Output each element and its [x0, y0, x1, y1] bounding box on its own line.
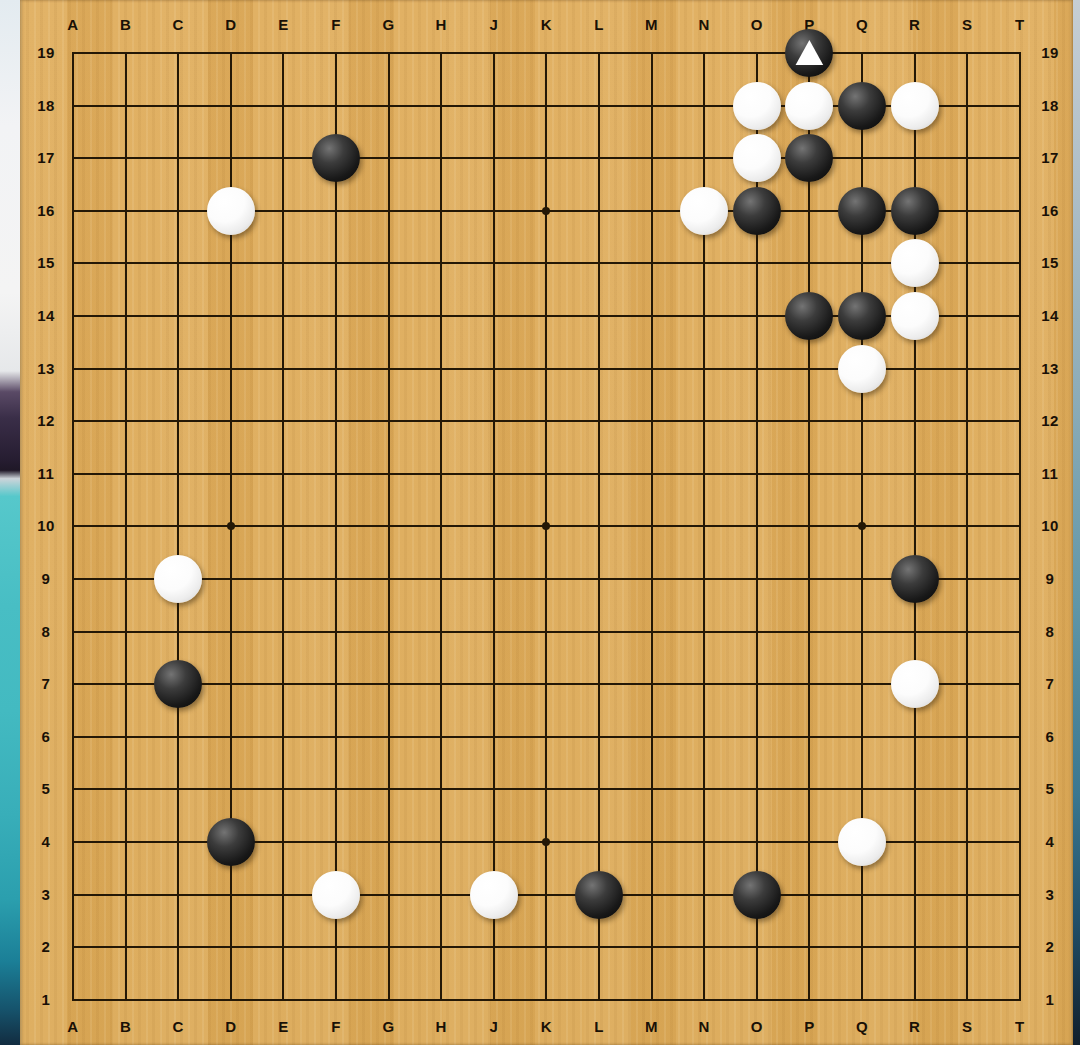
- stone-black-F17: [312, 134, 360, 182]
- row-label-left-9: 9: [31, 568, 61, 590]
- stone-white-R15: [891, 239, 939, 287]
- screen: AA1919BB1818CC1717DD1616EE1515FF1414GG13…: [0, 0, 1080, 1045]
- stone-black-Q18: [838, 82, 886, 130]
- row-label-right-16: 16: [1035, 200, 1065, 222]
- col-label-top-E: E: [268, 14, 298, 36]
- stone-black-P17: [785, 134, 833, 182]
- grid-vertical-line-P: [808, 52, 810, 1001]
- row-label-right-11: 11: [1035, 463, 1065, 485]
- row-label-left-13: 13: [31, 358, 61, 380]
- stone-black-P14: [785, 292, 833, 340]
- grid-horizontal-line-9: [72, 578, 1021, 580]
- stone-white-F3: [312, 871, 360, 919]
- col-label-top-H: H: [426, 14, 456, 36]
- row-label-right-17: 17: [1035, 147, 1065, 169]
- col-label-bottom-Q: Q: [847, 1016, 877, 1038]
- stone-black-C7: [154, 660, 202, 708]
- col-label-top-D: D: [216, 14, 246, 36]
- stone-black-D4: [207, 818, 255, 866]
- col-label-top-N: N: [689, 14, 719, 36]
- row-label-left-3: 3: [31, 884, 61, 906]
- col-label-bottom-D: D: [216, 1016, 246, 1038]
- row-label-left-2: 2: [31, 936, 61, 958]
- col-label-bottom-B: B: [111, 1016, 141, 1038]
- row-label-left-12: 12: [31, 410, 61, 432]
- col-label-top-J: J: [479, 14, 509, 36]
- star-point-K10: [542, 522, 550, 530]
- stone-white-D16: [207, 187, 255, 235]
- stone-black-P19: [785, 29, 833, 77]
- col-label-top-T: T: [1005, 14, 1035, 36]
- background-photo-right-strip: [1073, 0, 1080, 1045]
- row-label-right-5: 5: [1035, 778, 1065, 800]
- stone-black-Q14: [838, 292, 886, 340]
- row-label-right-1: 1: [1035, 989, 1065, 1011]
- col-label-top-M: M: [637, 14, 667, 36]
- col-label-top-S: S: [952, 14, 982, 36]
- row-label-left-6: 6: [31, 726, 61, 748]
- stone-white-R18: [891, 82, 939, 130]
- row-label-left-8: 8: [31, 621, 61, 643]
- row-label-right-2: 2: [1035, 936, 1065, 958]
- row-label-right-6: 6: [1035, 726, 1065, 748]
- stone-black-Q16: [838, 187, 886, 235]
- stone-black-R16: [891, 187, 939, 235]
- stone-white-Q13: [838, 345, 886, 393]
- col-label-bottom-F: F: [321, 1016, 351, 1038]
- row-label-right-7: 7: [1035, 673, 1065, 695]
- row-label-left-5: 5: [31, 778, 61, 800]
- stone-white-R7: [891, 660, 939, 708]
- col-label-bottom-L: L: [584, 1016, 614, 1038]
- col-label-bottom-R: R: [900, 1016, 930, 1038]
- last-move-triangle-marker: [794, 39, 824, 66]
- stone-black-L3: [575, 871, 623, 919]
- stone-white-R14: [891, 292, 939, 340]
- row-label-right-3: 3: [1035, 884, 1065, 906]
- row-label-left-16: 16: [31, 200, 61, 222]
- row-label-left-7: 7: [31, 673, 61, 695]
- col-label-bottom-M: M: [637, 1016, 667, 1038]
- star-point-K16: [542, 207, 550, 215]
- col-label-bottom-H: H: [426, 1016, 456, 1038]
- background-photo-left-strip: [0, 0, 20, 1045]
- row-label-right-10: 10: [1035, 515, 1065, 537]
- stone-white-J3: [470, 871, 518, 919]
- stone-black-O16: [733, 187, 781, 235]
- grid-vertical-line-L: [598, 52, 600, 1001]
- grid-horizontal-line-5: [72, 788, 1021, 790]
- col-label-top-O: O: [742, 14, 772, 36]
- col-label-bottom-O: O: [742, 1016, 772, 1038]
- col-label-bottom-S: S: [952, 1016, 982, 1038]
- stone-black-R9: [891, 555, 939, 603]
- star-point-K4: [542, 838, 550, 846]
- col-label-top-B: B: [111, 14, 141, 36]
- grid-horizontal-line-2: [72, 946, 1021, 948]
- row-label-right-19: 19: [1035, 42, 1065, 64]
- row-label-left-1: 1: [31, 989, 61, 1011]
- row-label-right-18: 18: [1035, 95, 1065, 117]
- row-label-left-14: 14: [31, 305, 61, 327]
- grid-vertical-line-T: [1019, 52, 1021, 1001]
- col-label-bottom-N: N: [689, 1016, 719, 1038]
- star-point-D10: [227, 522, 235, 530]
- col-label-top-F: F: [321, 14, 351, 36]
- row-label-left-10: 10: [31, 515, 61, 537]
- col-label-top-L: L: [584, 14, 614, 36]
- row-label-right-8: 8: [1035, 621, 1065, 643]
- stone-white-O17: [733, 134, 781, 182]
- grid-horizontal-line-6: [72, 736, 1021, 738]
- grid-vertical-line-M: [651, 52, 653, 1001]
- row-label-left-11: 11: [31, 463, 61, 485]
- row-label-right-15: 15: [1035, 252, 1065, 274]
- col-label-bottom-G: G: [374, 1016, 404, 1038]
- col-label-top-R: R: [900, 14, 930, 36]
- grid-vertical-line-S: [966, 52, 968, 1001]
- row-label-left-18: 18: [31, 95, 61, 117]
- grid-horizontal-line-7: [72, 683, 1021, 685]
- col-label-top-C: C: [163, 14, 193, 36]
- row-label-left-4: 4: [31, 831, 61, 853]
- col-label-bottom-C: C: [163, 1016, 193, 1038]
- go-board[interactable]: AA1919BB1818CC1717DD1616EE1515FF1414GG13…: [20, 0, 1073, 1045]
- row-label-right-13: 13: [1035, 358, 1065, 380]
- row-label-left-17: 17: [31, 147, 61, 169]
- col-label-bottom-A: A: [58, 1016, 88, 1038]
- row-label-right-4: 4: [1035, 831, 1065, 853]
- col-label-bottom-J: J: [479, 1016, 509, 1038]
- col-label-top-G: G: [374, 14, 404, 36]
- stone-white-O18: [733, 82, 781, 130]
- col-label-bottom-K: K: [531, 1016, 561, 1038]
- col-label-top-A: A: [58, 14, 88, 36]
- stone-black-O3: [733, 871, 781, 919]
- col-label-top-K: K: [531, 14, 561, 36]
- row-label-right-12: 12: [1035, 410, 1065, 432]
- row-label-left-19: 19: [31, 42, 61, 64]
- col-label-top-Q: Q: [847, 14, 877, 36]
- stone-white-N16: [680, 187, 728, 235]
- row-label-right-14: 14: [1035, 305, 1065, 327]
- stone-white-P18: [785, 82, 833, 130]
- col-label-bottom-P: P: [794, 1016, 824, 1038]
- col-label-bottom-E: E: [268, 1016, 298, 1038]
- stone-white-Q4: [838, 818, 886, 866]
- row-label-left-15: 15: [31, 252, 61, 274]
- row-label-right-9: 9: [1035, 568, 1065, 590]
- col-label-bottom-T: T: [1005, 1016, 1035, 1038]
- grid-horizontal-line-1: [72, 999, 1021, 1001]
- stone-white-C9: [154, 555, 202, 603]
- grid-horizontal-line-8: [72, 631, 1021, 633]
- star-point-Q10: [858, 522, 866, 530]
- grid-horizontal-line-3: [72, 894, 1021, 896]
